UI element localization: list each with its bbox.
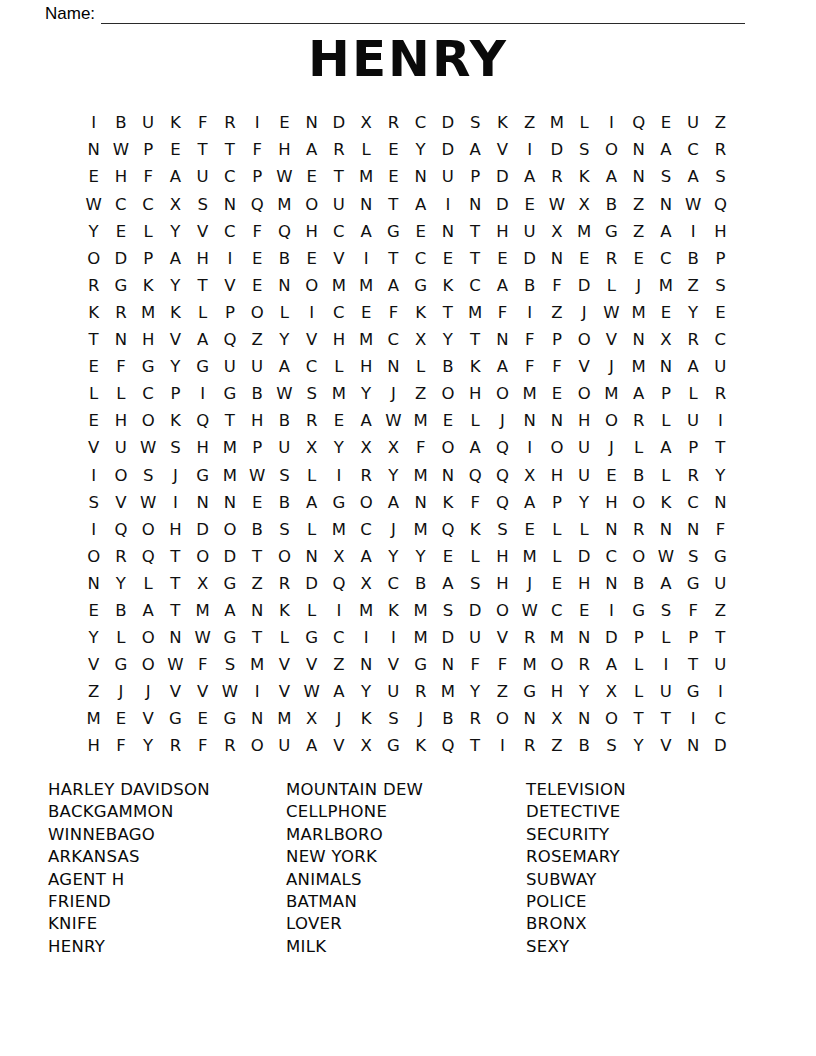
grid-cell[interactable]: T [380,191,407,218]
grid-cell[interactable]: V [80,652,107,679]
grid-cell[interactable]: Y [80,625,107,652]
grid-cell[interactable]: E [543,381,570,408]
grid-cell[interactable]: B [271,245,298,272]
grid-cell[interactable]: R [407,679,434,706]
grid-cell[interactable]: K [407,300,434,327]
grid-cell[interactable]: P [680,625,707,652]
grid-cell[interactable]: Q [462,462,489,489]
grid-cell[interactable]: A [680,164,707,191]
grid-cell[interactable]: F [189,110,216,137]
grid-cell[interactable]: G [680,571,707,598]
grid-cell[interactable]: E [244,273,271,300]
grid-cell[interactable]: Q [434,733,461,760]
grid-cell[interactable]: K [162,110,189,137]
grid-cell[interactable]: I [353,245,380,272]
grid-cell[interactable]: R [571,652,598,679]
grid-cell[interactable]: G [162,706,189,733]
grid-cell[interactable]: U [680,408,707,435]
grid-cell[interactable]: A [380,273,407,300]
grid-cell[interactable]: F [680,598,707,625]
grid-cell[interactable]: U [707,571,734,598]
grid-cell[interactable]: V [598,327,625,354]
grid-cell[interactable]: N [80,137,107,164]
grid-cell[interactable]: L [271,625,298,652]
grid-cell[interactable]: N [353,191,380,218]
grid-cell[interactable]: S [598,733,625,760]
grid-cell[interactable]: I [298,300,325,327]
grid-cell[interactable]: L [625,652,652,679]
grid-cell[interactable]: U [135,110,162,137]
grid-cell[interactable]: G [298,625,325,652]
grid-cell[interactable]: A [516,489,543,516]
grid-cell[interactable]: M [625,354,652,381]
grid-cell[interactable]: A [625,381,652,408]
grid-cell[interactable]: D [216,544,243,571]
grid-cell[interactable]: O [107,462,134,489]
grid-cell[interactable]: X [353,733,380,760]
grid-cell[interactable]: E [571,245,598,272]
grid-cell[interactable]: W [543,191,570,218]
grid-cell[interactable]: Q [271,218,298,245]
grid-cell[interactable]: F [244,137,271,164]
grid-cell[interactable]: H [162,516,189,543]
grid-cell[interactable]: Y [353,381,380,408]
grid-cell[interactable]: L [107,381,134,408]
grid-cell[interactable]: N [543,408,570,435]
grid-cell[interactable]: S [380,706,407,733]
grid-cell[interactable]: Y [80,218,107,245]
grid-cell[interactable]: L [80,381,107,408]
grid-cell[interactable]: F [380,300,407,327]
grid-cell[interactable]: Y [680,300,707,327]
grid-cell[interactable]: O [543,652,570,679]
grid-cell[interactable]: A [271,354,298,381]
grid-cell[interactable]: M [598,381,625,408]
grid-cell[interactable]: F [543,273,570,300]
grid-cell[interactable]: P [244,435,271,462]
grid-cell[interactable]: S [707,164,734,191]
grid-cell[interactable]: U [434,164,461,191]
grid-cell[interactable]: K [407,733,434,760]
grid-cell[interactable]: O [135,408,162,435]
grid-cell[interactable]: Y [380,544,407,571]
grid-cell[interactable]: L [543,544,570,571]
grid-cell[interactable]: S [707,273,734,300]
grid-cell[interactable]: E [298,164,325,191]
grid-cell[interactable]: C [135,381,162,408]
grid-cell[interactable]: N [680,733,707,760]
grid-cell[interactable]: F [107,354,134,381]
grid-cell[interactable]: G [598,218,625,245]
grid-cell[interactable]: B [571,733,598,760]
grid-cell[interactable]: F [244,218,271,245]
grid-cell[interactable]: U [271,435,298,462]
grid-cell[interactable]: U [571,462,598,489]
grid-cell[interactable]: Q [489,435,516,462]
grid-cell[interactable]: Y [353,679,380,706]
grid-cell[interactable]: O [625,489,652,516]
grid-cell[interactable]: D [189,516,216,543]
grid-cell[interactable]: C [462,273,489,300]
grid-cell[interactable]: K [271,598,298,625]
grid-cell[interactable]: A [353,408,380,435]
grid-cell[interactable]: K [571,164,598,191]
grid-cell[interactable]: X [189,571,216,598]
grid-cell[interactable]: Y [135,733,162,760]
grid-cell[interactable]: E [80,354,107,381]
grid-cell[interactable]: J [625,273,652,300]
grid-cell[interactable]: K [434,273,461,300]
grid-cell[interactable]: F [516,354,543,381]
grid-cell[interactable]: Z [407,381,434,408]
grid-cell[interactable]: Z [543,733,570,760]
grid-cell[interactable]: P [244,164,271,191]
grid-cell[interactable]: O [189,544,216,571]
grid-cell[interactable]: N [353,652,380,679]
grid-cell[interactable]: N [571,625,598,652]
grid-cell[interactable]: I [707,679,734,706]
grid-cell[interactable]: L [135,218,162,245]
grid-cell[interactable]: M [434,679,461,706]
grid-cell[interactable]: Q [244,191,271,218]
grid-cell[interactable]: Z [325,652,352,679]
grid-cell[interactable]: F [189,652,216,679]
grid-cell[interactable]: S [462,571,489,598]
grid-cell[interactable]: H [325,327,352,354]
grid-cell[interactable]: S [162,435,189,462]
grid-cell[interactable]: C [216,164,243,191]
grid-cell[interactable]: N [516,408,543,435]
grid-cell[interactable]: M [407,625,434,652]
grid-cell[interactable]: I [189,381,216,408]
grid-cell[interactable]: K [380,598,407,625]
grid-cell[interactable]: W [271,164,298,191]
grid-cell[interactable]: G [216,571,243,598]
grid-cell[interactable]: M [652,273,679,300]
grid-cell[interactable]: U [652,679,679,706]
grid-cell[interactable]: N [625,137,652,164]
grid-cell[interactable]: M [325,516,352,543]
grid-cell[interactable]: A [407,191,434,218]
grid-cell[interactable]: L [543,516,570,543]
grid-cell[interactable]: C [680,137,707,164]
grid-cell[interactable]: N [189,489,216,516]
grid-cell[interactable]: M [407,408,434,435]
grid-cell[interactable]: B [598,191,625,218]
grid-cell[interactable]: A [162,164,189,191]
grid-cell[interactable]: A [598,652,625,679]
grid-cell[interactable]: P [543,489,570,516]
grid-cell[interactable]: K [462,516,489,543]
grid-cell[interactable]: Y [407,544,434,571]
grid-cell[interactable]: F [543,354,570,381]
grid-cell[interactable]: O [298,191,325,218]
grid-cell[interactable]: J [107,679,134,706]
grid-cell[interactable]: O [80,245,107,272]
grid-cell[interactable]: M [543,625,570,652]
grid-cell[interactable]: C [135,191,162,218]
grid-cell[interactable]: Y [571,489,598,516]
grid-cell[interactable]: A [489,354,516,381]
grid-cell[interactable]: U [516,218,543,245]
grid-cell[interactable]: S [135,462,162,489]
grid-cell[interactable]: G [625,598,652,625]
grid-cell[interactable]: H [489,571,516,598]
grid-cell[interactable]: T [80,327,107,354]
grid-cell[interactable]: O [271,544,298,571]
grid-cell[interactable]: H [571,571,598,598]
grid-cell[interactable]: M [543,110,570,137]
grid-cell[interactable]: B [625,571,652,598]
grid-cell[interactable]: J [135,679,162,706]
grid-cell[interactable]: H [489,218,516,245]
grid-cell[interactable]: J [380,516,407,543]
grid-cell[interactable]: N [462,191,489,218]
grid-cell[interactable]: B [271,408,298,435]
grid-cell[interactable]: H [107,408,134,435]
grid-cell[interactable]: Y [271,327,298,354]
grid-cell[interactable]: S [216,652,243,679]
grid-cell[interactable]: E [652,110,679,137]
grid-cell[interactable]: C [543,598,570,625]
grid-cell[interactable]: O [216,516,243,543]
grid-cell[interactable]: X [516,462,543,489]
grid-cell[interactable]: H [571,408,598,435]
grid-cell[interactable]: X [598,679,625,706]
grid-cell[interactable]: E [543,571,570,598]
grid-cell[interactable]: I [325,598,352,625]
grid-cell[interactable]: Y [407,137,434,164]
grid-cell[interactable]: F [107,733,134,760]
grid-cell[interactable]: I [244,110,271,137]
grid-cell[interactable]: G [325,489,352,516]
grid-cell[interactable]: F [135,164,162,191]
grid-cell[interactable]: I [680,706,707,733]
grid-cell[interactable]: W [80,191,107,218]
grid-cell[interactable]: U [244,354,271,381]
grid-cell[interactable]: S [571,137,598,164]
grid-cell[interactable]: I [244,679,271,706]
grid-cell[interactable]: Z [489,679,516,706]
grid-cell[interactable]: I [652,652,679,679]
grid-cell[interactable]: A [298,489,325,516]
grid-cell[interactable]: S [189,191,216,218]
grid-cell[interactable]: M [462,300,489,327]
grid-cell[interactable]: I [434,191,461,218]
grid-cell[interactable]: E [434,245,461,272]
grid-cell[interactable]: D [434,110,461,137]
grid-cell[interactable]: J [325,706,352,733]
grid-cell[interactable]: N [598,516,625,543]
grid-cell[interactable]: R [707,381,734,408]
grid-cell[interactable]: E [325,408,352,435]
grid-cell[interactable]: R [516,625,543,652]
grid-cell[interactable]: N [107,327,134,354]
grid-cell[interactable]: A [680,354,707,381]
grid-cell[interactable]: Z [625,218,652,245]
grid-cell[interactable]: G [107,273,134,300]
grid-cell[interactable]: I [680,218,707,245]
grid-cell[interactable]: E [652,300,679,327]
grid-cell[interactable]: H [462,381,489,408]
grid-cell[interactable]: E [516,516,543,543]
grid-cell[interactable]: L [571,516,598,543]
grid-cell[interactable]: I [353,625,380,652]
grid-cell[interactable]: S [680,544,707,571]
grid-cell[interactable]: W [271,381,298,408]
grid-cell[interactable]: C [598,544,625,571]
grid-cell[interactable]: E [80,164,107,191]
grid-cell[interactable]: S [298,381,325,408]
grid-cell[interactable]: Y [707,462,734,489]
grid-cell[interactable]: T [189,273,216,300]
grid-cell[interactable]: K [489,110,516,137]
grid-cell[interactable]: H [271,137,298,164]
grid-cell[interactable]: P [135,245,162,272]
grid-cell[interactable]: Y [571,679,598,706]
grid-cell[interactable]: N [80,571,107,598]
grid-cell[interactable]: R [80,273,107,300]
grid-cell[interactable]: W [244,462,271,489]
grid-cell[interactable]: K [652,489,679,516]
grid-cell[interactable]: X [353,110,380,137]
grid-cell[interactable]: Q [135,544,162,571]
grid-cell[interactable]: R [298,408,325,435]
grid-cell[interactable]: X [571,191,598,218]
grid-cell[interactable]: T [325,164,352,191]
grid-cell[interactable]: H [298,218,325,245]
grid-cell[interactable]: I [80,110,107,137]
grid-cell[interactable]: A [162,245,189,272]
grid-cell[interactable]: W [598,300,625,327]
grid-cell[interactable]: E [380,137,407,164]
grid-cell[interactable]: J [380,381,407,408]
grid-cell[interactable]: K [434,489,461,516]
grid-cell[interactable]: J [407,706,434,733]
grid-cell[interactable]: R [625,408,652,435]
grid-cell[interactable]: B [107,598,134,625]
grid-cell[interactable]: E [107,706,134,733]
grid-cell[interactable]: Z [680,273,707,300]
grid-cell[interactable]: Q [625,110,652,137]
grid-cell[interactable]: M [271,706,298,733]
grid-cell[interactable]: C [380,327,407,354]
grid-cell[interactable]: Y [380,462,407,489]
grid-cell[interactable]: R [107,300,134,327]
grid-cell[interactable]: L [353,137,380,164]
grid-cell[interactable]: H [135,327,162,354]
grid-cell[interactable]: V [571,354,598,381]
grid-cell[interactable]: G [107,652,134,679]
grid-cell[interactable]: T [462,733,489,760]
grid-cell[interactable]: H [107,164,134,191]
grid-cell[interactable]: Z [707,598,734,625]
grid-cell[interactable]: E [271,110,298,137]
grid-cell[interactable]: V [162,679,189,706]
grid-cell[interactable]: A [325,679,352,706]
grid-cell[interactable]: S [271,516,298,543]
grid-cell[interactable]: W [135,489,162,516]
grid-cell[interactable]: I [80,462,107,489]
grid-cell[interactable]: N [707,489,734,516]
grid-cell[interactable]: O [489,706,516,733]
grid-cell[interactable]: Z [80,679,107,706]
grid-cell[interactable]: L [298,598,325,625]
grid-cell[interactable]: R [543,164,570,191]
grid-cell[interactable]: Q [707,191,734,218]
grid-cell[interactable]: T [216,137,243,164]
grid-cell[interactable]: Y [625,733,652,760]
grid-cell[interactable]: F [407,435,434,462]
grid-cell[interactable]: T [707,625,734,652]
grid-cell[interactable]: B [625,462,652,489]
grid-cell[interactable]: J [571,300,598,327]
grid-cell[interactable]: A [462,137,489,164]
grid-cell[interactable]: X [298,435,325,462]
grid-cell[interactable]: L [652,462,679,489]
grid-cell[interactable]: V [298,327,325,354]
grid-cell[interactable]: N [407,489,434,516]
grid-cell[interactable]: D [571,273,598,300]
grid-cell[interactable]: F [462,489,489,516]
grid-cell[interactable]: I [325,462,352,489]
grid-cell[interactable]: Z [244,327,271,354]
grid-cell[interactable]: I [516,300,543,327]
grid-cell[interactable]: A [298,137,325,164]
grid-cell[interactable]: W [652,544,679,571]
grid-cell[interactable]: H [189,245,216,272]
grid-cell[interactable]: D [462,598,489,625]
grid-cell[interactable]: Q [489,462,516,489]
grid-cell[interactable]: V [271,679,298,706]
grid-cell[interactable]: L [652,625,679,652]
grid-cell[interactable]: L [298,516,325,543]
grid-cell[interactable]: G [407,273,434,300]
grid-cell[interactable]: G [216,625,243,652]
grid-cell[interactable]: O [135,516,162,543]
grid-cell[interactable]: N [652,516,679,543]
grid-cell[interactable]: H [189,435,216,462]
grid-cell[interactable]: V [271,652,298,679]
grid-cell[interactable]: T [462,327,489,354]
grid-cell[interactable]: H [598,489,625,516]
grid-cell[interactable]: E [434,408,461,435]
grid-cell[interactable]: W [107,137,134,164]
grid-cell[interactable]: E [380,164,407,191]
grid-cell[interactable]: T [244,625,271,652]
grid-cell[interactable]: W [135,435,162,462]
grid-cell[interactable]: G [216,381,243,408]
grid-cell[interactable]: N [216,489,243,516]
grid-cell[interactable]: O [598,408,625,435]
grid-cell[interactable]: N [298,544,325,571]
grid-cell[interactable]: A [353,218,380,245]
grid-cell[interactable]: P [707,245,734,272]
grid-cell[interactable]: T [434,300,461,327]
grid-cell[interactable]: C [216,218,243,245]
grid-cell[interactable]: E [80,598,107,625]
grid-cell[interactable]: X [543,218,570,245]
grid-cell[interactable]: A [652,571,679,598]
grid-cell[interactable]: U [216,354,243,381]
grid-cell[interactable]: C [325,218,352,245]
grid-cell[interactable]: L [462,408,489,435]
grid-cell[interactable]: N [571,706,598,733]
grid-cell[interactable]: T [680,652,707,679]
grid-cell[interactable]: J [598,435,625,462]
grid-cell[interactable]: N [516,706,543,733]
grid-cell[interactable]: P [216,300,243,327]
